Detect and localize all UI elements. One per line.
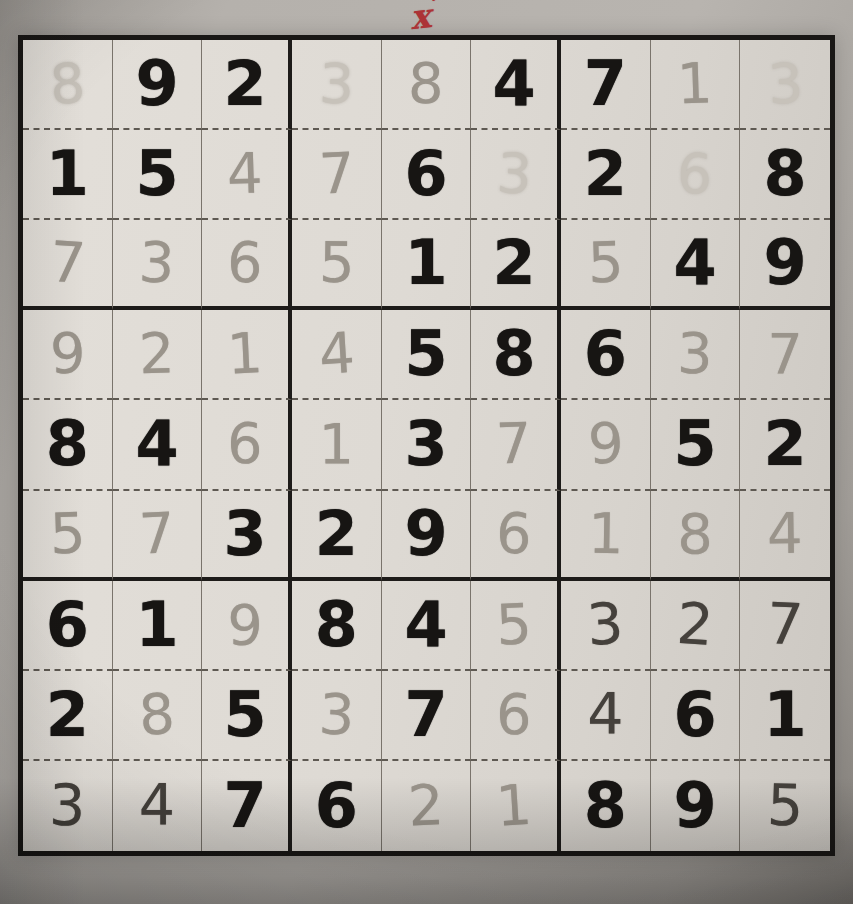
cell-r8c4: 3 xyxy=(292,671,382,761)
red-x-dot: · xyxy=(429,0,436,9)
cell-r8c6: 6 xyxy=(471,671,561,761)
cell-r5c8: 5 xyxy=(651,400,741,490)
cell-r4c3: 1 xyxy=(202,310,292,400)
cell-r1c2: 9 xyxy=(113,40,203,130)
cell-digit: 6 xyxy=(584,323,627,385)
cell-digit: 6 xyxy=(677,146,714,202)
cell-r5c6: 7 xyxy=(471,400,561,490)
cell-digit: 6 xyxy=(226,235,263,292)
cell-digit: 5 xyxy=(49,505,86,562)
cell-r8c8: 6 xyxy=(651,671,741,761)
cell-digit: 4 xyxy=(493,53,536,115)
cell-r7c4: 8 xyxy=(292,581,382,671)
cell-digit: 3 xyxy=(318,56,355,112)
cell-digit: 1 xyxy=(764,684,807,746)
cell-r4c1: 9 xyxy=(23,310,113,400)
cell-digit: 9 xyxy=(227,597,263,653)
cell-r9c3: 7 xyxy=(202,761,292,851)
cell-digit: 5 xyxy=(404,323,447,385)
cell-r1c6: 4 xyxy=(471,40,561,130)
cell-digit: 1 xyxy=(404,232,447,294)
cell-digit: 7 xyxy=(767,326,803,382)
cell-r9c1: 3 xyxy=(23,761,113,851)
cell-r2c7: 2 xyxy=(561,130,651,220)
cell-digit: 5 xyxy=(673,413,716,475)
cell-r9c6: 1 xyxy=(471,761,561,851)
cell-r5c3: 6 xyxy=(202,400,292,490)
cell-r3c4: 5 xyxy=(292,220,382,310)
cell-r5c5: 3 xyxy=(382,400,472,490)
cell-r7c1: 6 xyxy=(23,581,113,671)
cell-digit: 2 xyxy=(224,53,267,115)
cell-r6c4: 2 xyxy=(292,491,382,581)
cell-digit: 8 xyxy=(493,323,536,385)
cell-r7c2: 1 xyxy=(113,581,203,671)
cell-digit: 2 xyxy=(675,595,715,654)
cell-digit: 1 xyxy=(495,777,534,835)
cell-digit: 1 xyxy=(676,56,713,113)
cell-digit: 1 xyxy=(135,594,178,656)
cell-digit: 1 xyxy=(226,326,264,384)
cell-digit: 3 xyxy=(677,326,714,383)
cell-digit: 6 xyxy=(495,505,532,562)
cell-r9c5: 2 xyxy=(382,761,472,851)
cell-digit: 3 xyxy=(317,686,355,744)
sudoku-board: 8923847131547632687365125499214586378461… xyxy=(18,35,835,856)
cell-r5c2: 4 xyxy=(113,400,203,490)
cell-r6c1: 5 xyxy=(23,491,113,581)
cell-digit: 4 xyxy=(673,232,716,294)
cell-r5c9: 2 xyxy=(740,400,830,490)
cell-digit: 2 xyxy=(407,777,445,835)
cell-digit: 7 xyxy=(404,684,447,746)
cell-digit: 6 xyxy=(315,775,358,837)
cell-r6c8: 8 xyxy=(651,491,741,581)
cell-r8c7: 4 xyxy=(561,671,651,761)
cell-digit: 4 xyxy=(226,146,263,203)
cell-digit: 2 xyxy=(46,684,89,746)
cell-digit: 3 xyxy=(138,234,176,292)
cell-r9c8: 9 xyxy=(651,761,741,851)
red-x-annotation: x· xyxy=(408,0,439,37)
cell-digit: 2 xyxy=(315,503,358,565)
cell-r1c5: 8 xyxy=(382,40,472,130)
cell-r3c3: 6 xyxy=(202,220,292,310)
cell-digit: 7 xyxy=(138,505,176,563)
cell-digit: 8 xyxy=(408,56,445,113)
cell-r8c5: 7 xyxy=(382,671,472,761)
cell-digit: 3 xyxy=(49,777,86,835)
cell-r1c9: 3 xyxy=(740,40,830,130)
cell-digit: 4 xyxy=(135,413,178,475)
cell-digit: 3 xyxy=(585,595,625,654)
cell-r2c9: 8 xyxy=(740,130,830,220)
cell-r1c3: 2 xyxy=(202,40,292,130)
cell-r2c6: 3 xyxy=(471,130,561,220)
cell-r1c1: 8 xyxy=(23,40,113,130)
cell-digit: 3 xyxy=(404,413,447,475)
cell-digit: 8 xyxy=(315,594,358,656)
cell-r4c8: 3 xyxy=(651,310,741,400)
cell-digit: 7 xyxy=(495,416,532,473)
cell-digit: 6 xyxy=(46,594,89,656)
cell-r3c6: 2 xyxy=(471,220,561,310)
cell-r2c5: 6 xyxy=(382,130,472,220)
cell-digit: 7 xyxy=(317,145,355,203)
cell-r7c6: 5 xyxy=(471,581,561,671)
cell-r5c7: 9 xyxy=(561,400,651,490)
cell-digit: 6 xyxy=(404,143,447,205)
cell-digit: 8 xyxy=(584,775,627,837)
cell-digit: 3 xyxy=(766,56,804,113)
cell-digit: 9 xyxy=(49,326,86,383)
cell-r8c2: 8 xyxy=(113,671,203,761)
cell-digit: 5 xyxy=(224,684,267,746)
cell-r7c3: 9 xyxy=(202,581,292,671)
cell-r6c3: 3 xyxy=(202,491,292,581)
cell-digit: 1 xyxy=(46,143,89,205)
cell-digit: 7 xyxy=(584,53,627,115)
cell-r7c9: 7 xyxy=(740,581,830,671)
cell-digit: 6 xyxy=(227,416,264,473)
cell-digit: 8 xyxy=(46,413,89,475)
cell-digit: 9 xyxy=(586,416,624,474)
cell-r1c8: 1 xyxy=(651,40,741,130)
cell-digit: 2 xyxy=(764,413,807,475)
cell-r6c9: 4 xyxy=(740,491,830,581)
cell-r2c8: 6 xyxy=(651,130,741,220)
cell-r4c9: 7 xyxy=(740,310,830,400)
cell-digit: 4 xyxy=(317,325,356,383)
cell-digit: 7 xyxy=(48,234,87,292)
cell-r4c5: 5 xyxy=(382,310,472,400)
cell-r7c5: 4 xyxy=(382,581,472,671)
cell-digit: 4 xyxy=(139,777,175,834)
cell-digit: 8 xyxy=(677,506,713,562)
cell-r1c7: 7 xyxy=(561,40,651,130)
cell-digit: 9 xyxy=(404,503,447,565)
cell-digit: 3 xyxy=(224,503,267,565)
cell-digit: 9 xyxy=(764,232,807,294)
cell-r9c2: 4 xyxy=(113,761,203,851)
cell-digit: 2 xyxy=(584,143,627,205)
cell-r1c4: 3 xyxy=(292,40,382,130)
cell-r8c1: 2 xyxy=(23,671,113,761)
cell-r3c8: 4 xyxy=(651,220,741,310)
cell-digit: 5 xyxy=(766,777,804,835)
cell-digit: 6 xyxy=(496,687,533,744)
cell-r4c2: 2 xyxy=(113,310,203,400)
cell-r7c8: 2 xyxy=(651,581,741,671)
cell-r5c4: 1 xyxy=(292,400,382,490)
cell-r4c4: 4 xyxy=(292,310,382,400)
cell-r4c7: 6 xyxy=(561,310,651,400)
cell-r6c7: 1 xyxy=(561,491,651,581)
cell-digit: 2 xyxy=(138,326,175,383)
cell-digit: 6 xyxy=(673,684,716,746)
cell-digit: 9 xyxy=(135,53,178,115)
cell-digit: 5 xyxy=(318,235,355,292)
cell-r2c3: 4 xyxy=(202,130,292,220)
cell-r2c2: 5 xyxy=(113,130,203,220)
cell-digit: 7 xyxy=(224,775,267,837)
cell-r4c6: 8 xyxy=(471,310,561,400)
cell-digit: 4 xyxy=(404,594,447,656)
cell-digit: 1 xyxy=(587,505,624,562)
cell-digit: 3 xyxy=(495,146,533,203)
cell-r3c9: 9 xyxy=(740,220,830,310)
cell-r6c6: 6 xyxy=(471,491,561,581)
cell-digit: 4 xyxy=(767,505,804,562)
cell-r6c2: 7 xyxy=(113,491,203,581)
cell-r6c5: 9 xyxy=(382,491,472,581)
cell-r7c7: 3 xyxy=(561,581,651,671)
cell-digit: 5 xyxy=(135,143,178,205)
cell-r8c9: 1 xyxy=(740,671,830,761)
cell-digit: 9 xyxy=(673,775,716,837)
cell-r9c9: 5 xyxy=(740,761,830,851)
red-x-glyph: x xyxy=(408,0,432,37)
cell-r8c3: 5 xyxy=(202,671,292,761)
cell-r3c1: 7 xyxy=(23,220,113,310)
cell-r9c7: 8 xyxy=(561,761,651,851)
cell-r3c5: 1 xyxy=(382,220,472,310)
cell-digit: 2 xyxy=(493,232,536,294)
cell-r2c1: 1 xyxy=(23,130,113,220)
cell-digit: 5 xyxy=(587,235,624,292)
cell-r3c2: 3 xyxy=(113,220,203,310)
cell-digit: 8 xyxy=(48,56,86,113)
cell-digit: 4 xyxy=(587,686,623,743)
cell-digit: 5 xyxy=(495,596,533,654)
cell-digit: 8 xyxy=(137,686,176,744)
cell-digit: 7 xyxy=(766,595,805,654)
cell-r9c4: 6 xyxy=(292,761,382,851)
cell-r2c4: 7 xyxy=(292,130,382,220)
cell-digit: 1 xyxy=(319,416,355,472)
cell-r5c1: 8 xyxy=(23,400,113,490)
cell-r3c7: 5 xyxy=(561,220,651,310)
cell-digit: 8 xyxy=(764,143,807,205)
